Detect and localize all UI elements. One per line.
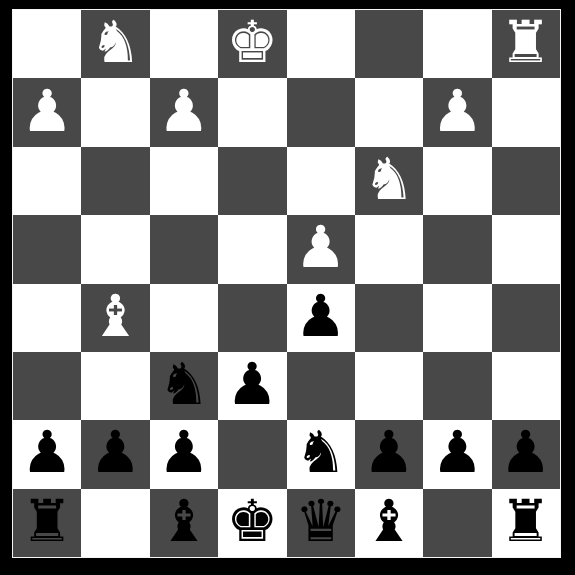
square-b3[interactable] — [81, 352, 149, 420]
square-h6[interactable] — [492, 147, 560, 215]
black-pawn-piece[interactable]: ♟ — [363, 423, 415, 481]
square-b6[interactable] — [81, 147, 149, 215]
square-a8[interactable] — [13, 10, 81, 78]
black-pawn-piece[interactable]: ♟ — [431, 423, 483, 481]
square-e2[interactable]: ♞ — [287, 420, 355, 488]
square-g7[interactable]: ♟ — [423, 78, 491, 146]
square-d2[interactable] — [218, 420, 286, 488]
square-b8[interactable]: ♞ — [81, 10, 149, 78]
square-e3[interactable] — [287, 352, 355, 420]
square-f8[interactable] — [355, 10, 423, 78]
square-g2[interactable]: ♟ — [423, 420, 491, 488]
square-e5[interactable]: ♟ — [287, 215, 355, 283]
white-rook-piece[interactable]: ♜ — [500, 13, 552, 71]
black-pawn-piece[interactable]: ♟ — [226, 355, 278, 413]
black-pawn-piece[interactable]: ♟ — [295, 287, 347, 345]
square-g3[interactable] — [423, 352, 491, 420]
square-c4[interactable] — [150, 284, 218, 352]
square-h1[interactable]: ♜ — [492, 489, 560, 557]
chessboard-screenshot: ♞♚♜♟♟♟♞♟♝♟♞♟♟♟♟♞♟♟♟♜♝♚♛♝♜ — [0, 0, 575, 575]
square-d3[interactable]: ♟ — [218, 352, 286, 420]
square-d7[interactable] — [218, 78, 286, 146]
square-a1[interactable]: ♜ — [13, 489, 81, 557]
square-g4[interactable] — [423, 284, 491, 352]
square-g5[interactable] — [423, 215, 491, 283]
white-knight-piece[interactable]: ♞ — [90, 13, 142, 71]
square-a2[interactable]: ♟ — [13, 420, 81, 488]
square-h2[interactable]: ♟ — [492, 420, 560, 488]
square-a3[interactable] — [13, 352, 81, 420]
square-d1[interactable]: ♚ — [218, 489, 286, 557]
square-f7[interactable] — [355, 78, 423, 146]
black-rook-piece[interactable]: ♜ — [500, 492, 552, 550]
black-knight-piece[interactable]: ♞ — [158, 355, 210, 413]
white-king-piece[interactable]: ♚ — [226, 13, 278, 71]
square-e7[interactable] — [287, 78, 355, 146]
white-pawn-piece[interactable]: ♟ — [21, 82, 73, 140]
square-h8[interactable]: ♜ — [492, 10, 560, 78]
square-d4[interactable] — [218, 284, 286, 352]
square-a6[interactable] — [13, 147, 81, 215]
black-pawn-piece[interactable]: ♟ — [21, 423, 73, 481]
black-pawn-piece[interactable]: ♟ — [500, 423, 552, 481]
square-b4[interactable]: ♝ — [81, 284, 149, 352]
white-pawn-piece[interactable]: ♟ — [158, 82, 210, 140]
square-f3[interactable] — [355, 352, 423, 420]
black-knight-piece[interactable]: ♞ — [295, 423, 347, 481]
square-a5[interactable] — [13, 215, 81, 283]
square-h5[interactable] — [492, 215, 560, 283]
black-king-piece[interactable]: ♚ — [226, 492, 278, 550]
square-c6[interactable] — [150, 147, 218, 215]
square-a7[interactable]: ♟ — [13, 78, 81, 146]
white-pawn-piece[interactable]: ♟ — [431, 82, 483, 140]
square-e4[interactable]: ♟ — [287, 284, 355, 352]
square-b2[interactable]: ♟ — [81, 420, 149, 488]
square-f5[interactable] — [355, 215, 423, 283]
black-bishop-piece[interactable]: ♝ — [363, 492, 415, 550]
square-b7[interactable] — [81, 78, 149, 146]
square-c3[interactable]: ♞ — [150, 352, 218, 420]
square-c5[interactable] — [150, 215, 218, 283]
black-bishop-piece[interactable]: ♝ — [158, 492, 210, 550]
square-h4[interactable] — [492, 284, 560, 352]
white-knight-piece[interactable]: ♞ — [363, 150, 415, 208]
square-h7[interactable] — [492, 78, 560, 146]
black-pawn-piece[interactable]: ♟ — [90, 423, 142, 481]
square-f6[interactable]: ♞ — [355, 147, 423, 215]
black-queen-piece[interactable]: ♛ — [295, 492, 347, 550]
square-f4[interactable] — [355, 284, 423, 352]
square-b5[interactable] — [81, 215, 149, 283]
square-g6[interactable] — [423, 147, 491, 215]
square-a4[interactable] — [13, 284, 81, 352]
square-g1[interactable] — [423, 489, 491, 557]
square-d6[interactable] — [218, 147, 286, 215]
square-c8[interactable] — [150, 10, 218, 78]
square-f2[interactable]: ♟ — [355, 420, 423, 488]
square-f1[interactable]: ♝ — [355, 489, 423, 557]
square-c1[interactable]: ♝ — [150, 489, 218, 557]
square-h3[interactable] — [492, 352, 560, 420]
chess-board: ♞♚♜♟♟♟♞♟♝♟♞♟♟♟♟♞♟♟♟♜♝♚♛♝♜ — [13, 10, 560, 557]
square-e6[interactable] — [287, 147, 355, 215]
square-e1[interactable]: ♛ — [287, 489, 355, 557]
square-d8[interactable]: ♚ — [218, 10, 286, 78]
white-bishop-piece[interactable]: ♝ — [90, 287, 142, 345]
square-b1[interactable] — [81, 489, 149, 557]
square-c7[interactable]: ♟ — [150, 78, 218, 146]
square-d5[interactable] — [218, 215, 286, 283]
black-rook-piece[interactable]: ♜ — [21, 492, 73, 550]
black-pawn-piece[interactable]: ♟ — [158, 423, 210, 481]
square-e8[interactable] — [287, 10, 355, 78]
square-c2[interactable]: ♟ — [150, 420, 218, 488]
square-g8[interactable] — [423, 10, 491, 78]
white-pawn-piece[interactable]: ♟ — [295, 218, 347, 276]
